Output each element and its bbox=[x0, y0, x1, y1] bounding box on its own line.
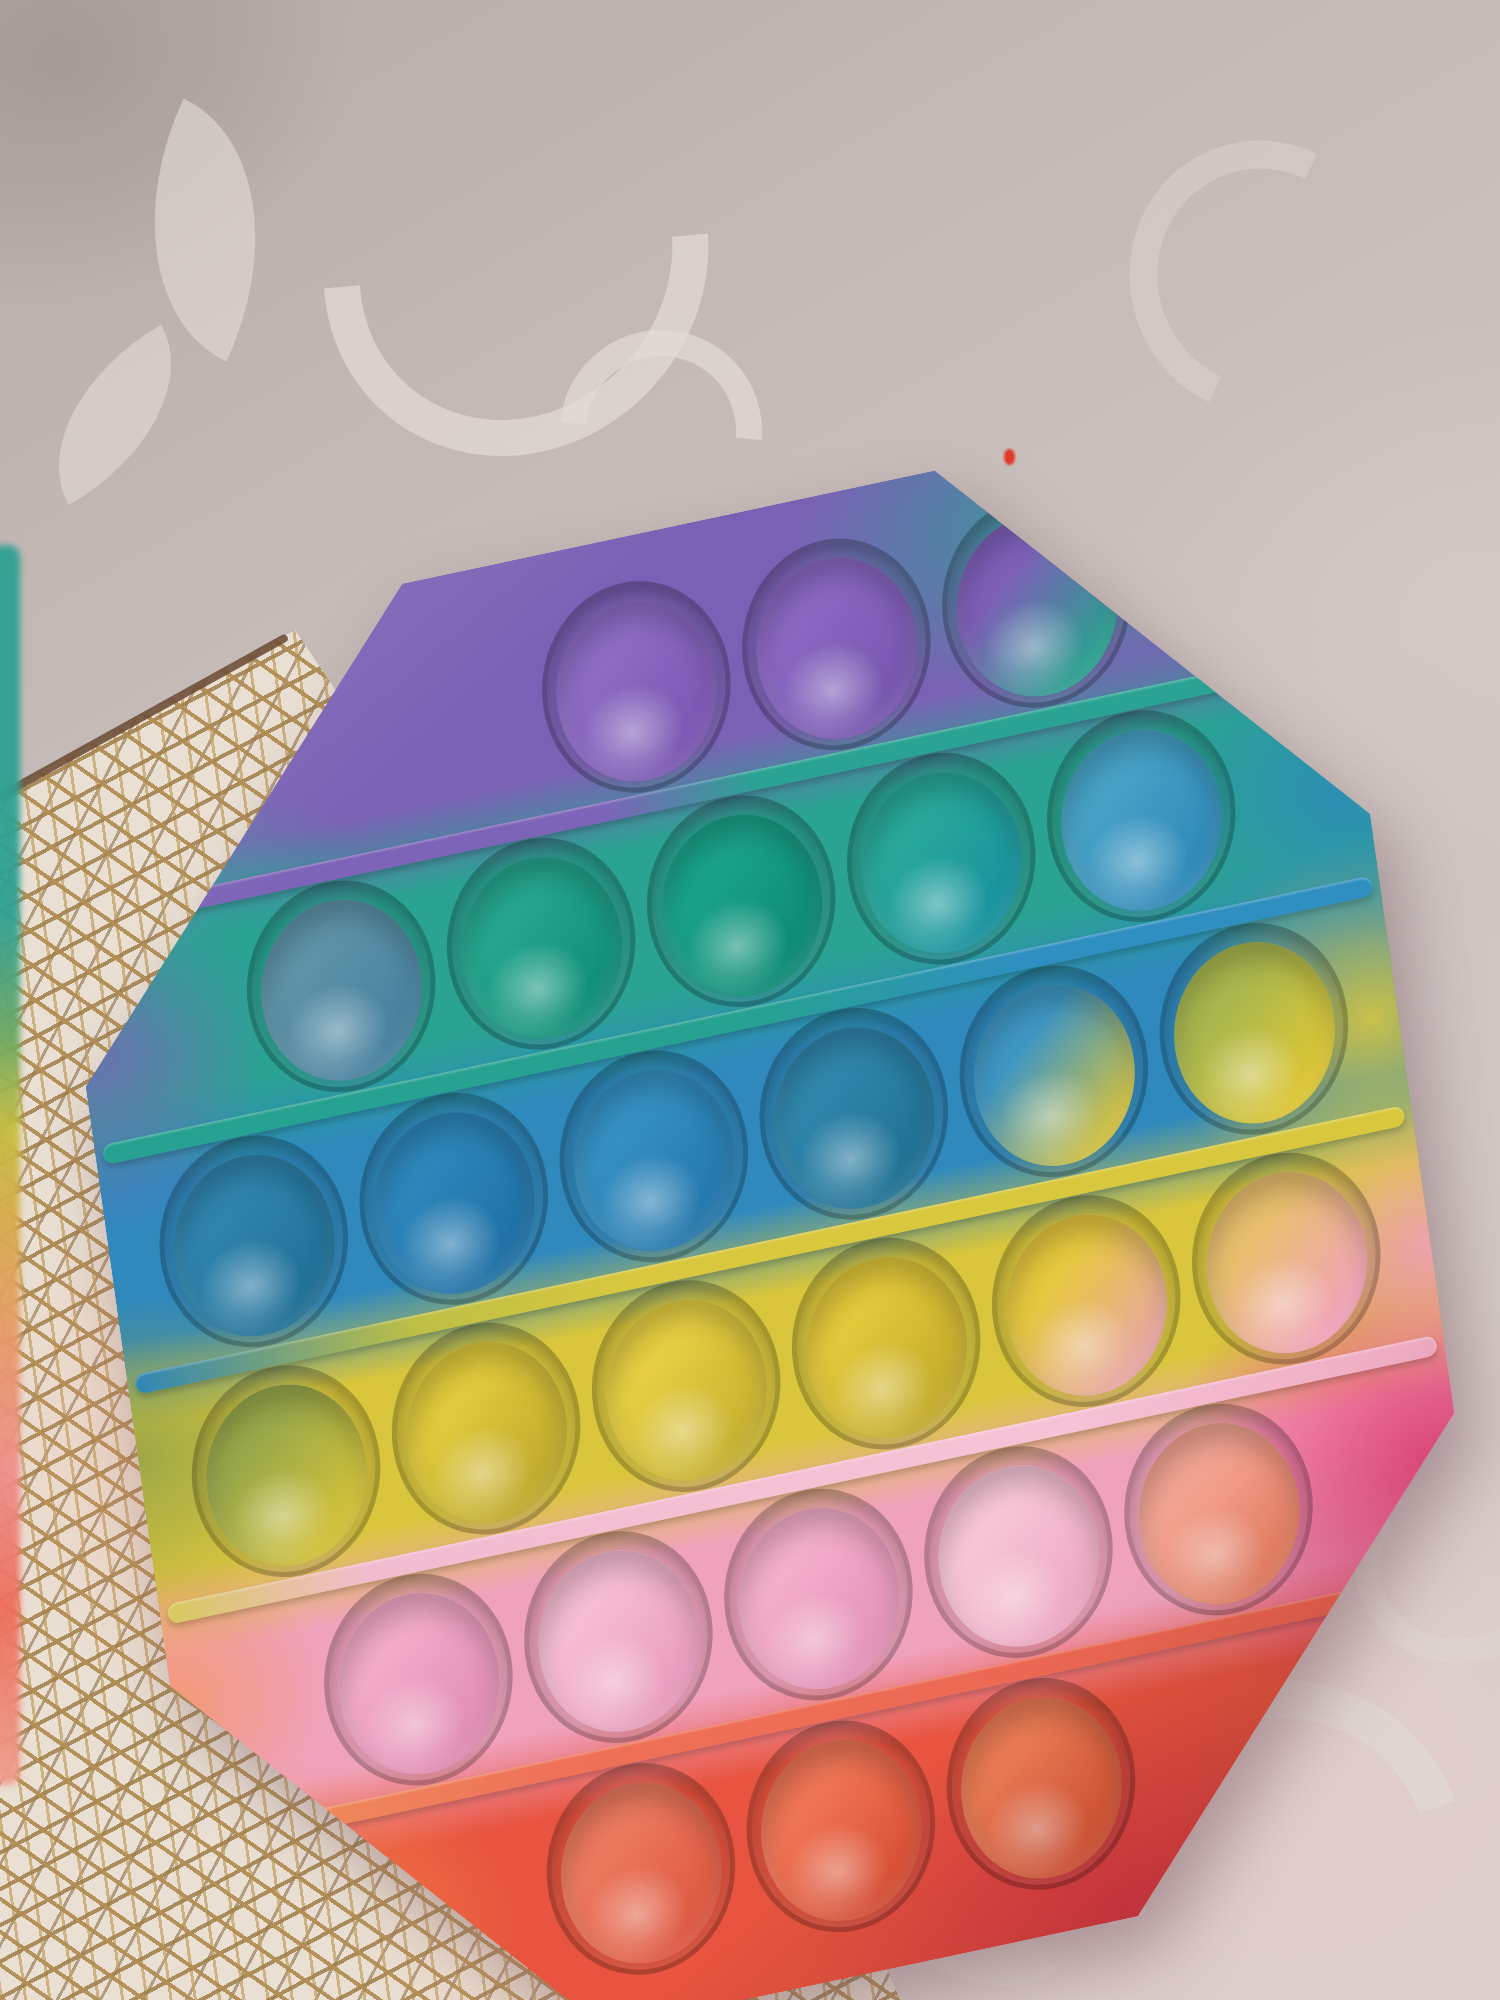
bubble-dome bbox=[545, 585, 729, 797]
bubble-r4c5[interactable] bbox=[978, 1177, 1194, 1425]
bubble-r2c1[interactable] bbox=[233, 862, 449, 1110]
bubble-r3c2[interactable] bbox=[346, 1075, 562, 1323]
bubble-dome bbox=[595, 1284, 779, 1496]
bubble-dome bbox=[1195, 1157, 1379, 1369]
bubble-dome bbox=[362, 1097, 546, 1309]
placemat-edge-line bbox=[0, 633, 289, 805]
bubble-dome bbox=[327, 1578, 511, 1790]
bubble-r5c3[interactable] bbox=[711, 1471, 927, 1719]
bubble-dome bbox=[250, 884, 434, 1096]
bubble-r4c4[interactable] bbox=[778, 1220, 994, 1468]
bubble-r2c4[interactable] bbox=[833, 735, 1049, 983]
bubble-dome bbox=[650, 799, 834, 1011]
bubble-dome bbox=[1127, 1408, 1311, 1620]
bubble-r3c4[interactable] bbox=[746, 990, 962, 1238]
bubble-r3c6[interactable] bbox=[1146, 905, 1362, 1153]
bubble-dome bbox=[1050, 714, 1234, 926]
bubble-r5c2[interactable] bbox=[511, 1513, 727, 1761]
bubble-dome bbox=[750, 1724, 934, 1936]
damask-swirl bbox=[244, 0, 787, 535]
bubble-r5c1[interactable] bbox=[311, 1556, 527, 1804]
bubble-r4c6[interactable] bbox=[1178, 1135, 1394, 1383]
scene bbox=[0, 0, 1500, 2000]
bubble-dome bbox=[395, 1327, 579, 1539]
bubble-dome bbox=[727, 1493, 911, 1705]
red-speck bbox=[1004, 449, 1015, 465]
bubble-r1c1[interactable] bbox=[529, 563, 745, 811]
toy-shadow-wrap bbox=[0, 0, 1500, 2000]
bubble-dome bbox=[162, 1139, 346, 1351]
bubble-r2c2[interactable] bbox=[433, 820, 649, 1068]
bubble-dome bbox=[995, 1199, 1179, 1411]
bubble-rows bbox=[26, 391, 1500, 2000]
damask-swirl bbox=[1091, 103, 1435, 453]
bubble-r4c3[interactable] bbox=[578, 1262, 794, 1510]
popit-toy[interactable] bbox=[26, 391, 1500, 2000]
bubble-dome bbox=[795, 1242, 979, 1454]
bubble-r3c3[interactable] bbox=[546, 1033, 762, 1281]
damask-leaf bbox=[91, 99, 320, 362]
bubble-r2c5[interactable] bbox=[1033, 692, 1249, 940]
bubble-r4c2[interactable] bbox=[378, 1305, 594, 1553]
bubble-dome bbox=[927, 1450, 1111, 1662]
bubble-r6c2[interactable] bbox=[733, 1703, 949, 1951]
bubble-dome bbox=[762, 1012, 946, 1224]
bubble-r6c3[interactable] bbox=[933, 1660, 1149, 1908]
bubble-dome bbox=[562, 1054, 746, 1266]
bubble-r4c1[interactable] bbox=[178, 1347, 394, 1595]
bubble-dome bbox=[1163, 927, 1347, 1139]
bubble-r6c1[interactable] bbox=[533, 1745, 749, 1993]
bubble-r3c1[interactable] bbox=[146, 1118, 362, 1366]
bubble-r5c5[interactable] bbox=[1111, 1386, 1327, 1634]
bubble-r3c5[interactable] bbox=[946, 948, 1162, 1196]
neighbor-popit-sliver bbox=[0, 545, 20, 1785]
bubble-dome bbox=[450, 842, 634, 1054]
bubble-r1c2[interactable] bbox=[729, 521, 945, 769]
bubble-dome bbox=[549, 1767, 733, 1979]
bubble-dome bbox=[527, 1535, 711, 1747]
bubble-r1c3[interactable] bbox=[929, 478, 1145, 726]
bubble-dome bbox=[945, 500, 1129, 712]
bubble-dome bbox=[963, 969, 1147, 1181]
bubble-dome bbox=[745, 542, 929, 754]
damask-leaf bbox=[14, 325, 216, 505]
bubble-dome bbox=[950, 1682, 1134, 1894]
bubble-r5c4[interactable] bbox=[911, 1428, 1127, 1676]
bubble-dome bbox=[850, 757, 1034, 969]
bubble-dome bbox=[195, 1369, 379, 1581]
bubble-r2c3[interactable] bbox=[633, 777, 849, 1025]
